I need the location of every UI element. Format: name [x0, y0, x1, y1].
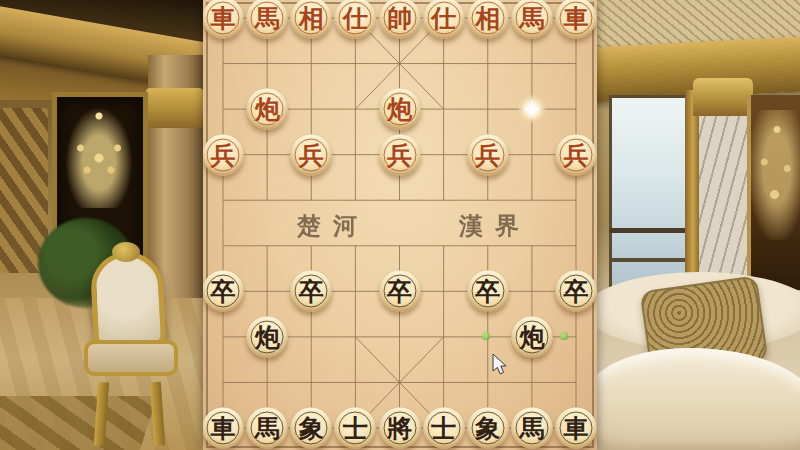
- piece-label: 炮: [255, 97, 280, 122]
- couch-seat-cushion: [597, 348, 800, 450]
- piece-red-soldier[interactable]: 兵: [379, 134, 420, 175]
- move-marker-green: [482, 332, 490, 340]
- left-column-capital: [146, 88, 203, 128]
- screen: 楚河 漢界 車馬相仕帥仕相馬車炮炮兵兵兵兵兵卒卒卒卒卒炮炮車馬象士將士象馬車: [0, 0, 800, 450]
- piece-label: 卒: [211, 279, 236, 304]
- piece-label: 帥: [387, 6, 412, 31]
- piece-red-soldier[interactable]: 兵: [467, 134, 508, 175]
- piece-black-advisor[interactable]: 士: [423, 407, 464, 448]
- piece-black-cannon[interactable]: 炮: [247, 316, 288, 357]
- piece-black-elephant[interactable]: 象: [467, 407, 508, 448]
- piece-label: 象: [475, 415, 500, 440]
- piece-label: 相: [299, 6, 324, 31]
- piece-label: 士: [431, 415, 456, 440]
- piece-black-soldier[interactable]: 卒: [291, 271, 332, 312]
- piece-label: 馬: [519, 6, 544, 31]
- window-mullion: [609, 258, 689, 262]
- piece-red-cannon[interactable]: 炮: [379, 89, 420, 130]
- piece-black-elephant[interactable]: 象: [291, 407, 332, 448]
- piece-black-soldier[interactable]: 卒: [203, 271, 244, 312]
- piece-black-chariot[interactable]: 車: [556, 407, 597, 448]
- piece-black-soldier[interactable]: 卒: [379, 271, 420, 312]
- column-capital: [693, 78, 753, 116]
- xiangqi-board[interactable]: 楚河 漢界 車馬相仕帥仕相馬車炮炮兵兵兵兵兵卒卒卒卒卒炮炮車馬象士將士象馬車: [203, 0, 597, 450]
- piece-label: 馬: [519, 415, 544, 440]
- piece-black-general[interactable]: 將: [379, 407, 420, 448]
- piece-label: 炮: [387, 97, 412, 122]
- gold-chair-crest: [112, 242, 140, 262]
- chandelier-icon: [749, 110, 800, 240]
- background-right-room: [597, 0, 800, 450]
- piece-label: 卒: [387, 279, 412, 304]
- background-left-room: [0, 0, 203, 450]
- piece-label: 兵: [211, 142, 236, 167]
- piece-label: 車: [564, 6, 589, 31]
- piece-black-chariot[interactable]: 車: [203, 407, 244, 448]
- piece-label: 象: [299, 415, 324, 440]
- piece-black-cannon[interactable]: 炮: [511, 316, 552, 357]
- piece-black-soldier[interactable]: 卒: [556, 271, 597, 312]
- piece-label: 馬: [255, 6, 280, 31]
- piece-label: 兵: [564, 142, 589, 167]
- move-marker-green: [560, 332, 568, 340]
- piece-label: 炮: [519, 324, 544, 349]
- piece-label: 卒: [475, 279, 500, 304]
- piece-label: 相: [475, 6, 500, 31]
- piece-label: 仕: [431, 6, 456, 31]
- board-grid: [203, 0, 597, 450]
- river-label-han-jie: 漢界: [459, 210, 531, 242]
- piece-black-advisor[interactable]: 士: [335, 407, 376, 448]
- piece-label: 仕: [343, 6, 368, 31]
- piece-label: 兵: [475, 142, 500, 167]
- piece-label: 卒: [299, 279, 324, 304]
- patterned-rug: [0, 396, 157, 450]
- piece-label: 將: [387, 415, 412, 440]
- piece-red-cannon[interactable]: 炮: [247, 89, 288, 130]
- piece-red-soldier[interactable]: 兵: [556, 134, 597, 175]
- mouse-cursor: [492, 354, 508, 377]
- piece-label: 炮: [255, 324, 280, 349]
- piece-label: 兵: [299, 142, 324, 167]
- piece-label: 車: [564, 415, 589, 440]
- piece-red-soldier[interactable]: 兵: [291, 134, 332, 175]
- piece-black-horse[interactable]: 馬: [511, 407, 552, 448]
- piece-label: 卒: [564, 279, 589, 304]
- piece-black-soldier[interactable]: 卒: [467, 271, 508, 312]
- gold-chair-back: [89, 250, 166, 354]
- piece-black-horse[interactable]: 馬: [247, 407, 288, 448]
- piece-label: 車: [211, 6, 236, 31]
- piece-label: 兵: [387, 142, 412, 167]
- piece-label: 士: [343, 415, 368, 440]
- river-label-chu-he: 楚河: [297, 210, 369, 242]
- piece-label: 車: [211, 415, 236, 440]
- piece-red-soldier[interactable]: 兵: [203, 134, 244, 175]
- piece-label: 馬: [255, 415, 280, 440]
- chandelier-icon: [66, 108, 132, 208]
- gold-chair-seat: [84, 340, 178, 376]
- window-mullion: [609, 228, 689, 233]
- click-sparkle-effect: [517, 94, 547, 124]
